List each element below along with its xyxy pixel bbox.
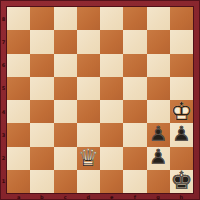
- rank-label-5: 5: [0, 77, 7, 100]
- square-g8[interactable]: [147, 7, 170, 30]
- square-h7[interactable]: [170, 30, 193, 53]
- square-b8[interactable]: [30, 7, 53, 30]
- square-e6[interactable]: [100, 54, 123, 77]
- square-f6[interactable]: [123, 54, 146, 77]
- rank-label-2: 2: [0, 147, 7, 170]
- square-e5[interactable]: [100, 77, 123, 100]
- square-e4[interactable]: [100, 100, 123, 123]
- file-label-f: f: [123, 193, 146, 200]
- rank-label-8: 8: [0, 7, 7, 30]
- square-f3[interactable]: [123, 123, 146, 146]
- black-pawn-piece[interactable]: ♟♙: [170, 123, 193, 146]
- square-a4[interactable]: [7, 100, 30, 123]
- square-g1[interactable]: [147, 170, 170, 193]
- white-queen-piece[interactable]: ♛♕: [77, 147, 100, 170]
- square-a6[interactable]: [7, 54, 30, 77]
- square-g5[interactable]: [147, 77, 170, 100]
- square-g7[interactable]: [147, 30, 170, 53]
- square-d2[interactable]: ♛♕: [77, 147, 100, 170]
- square-e1[interactable]: [100, 170, 123, 193]
- square-a3[interactable]: [7, 123, 30, 146]
- pawn-outline-icon: ♙: [149, 124, 168, 145]
- king-outline-icon: ♔: [170, 168, 192, 193]
- square-d5[interactable]: [77, 77, 100, 100]
- square-c7[interactable]: [54, 30, 77, 53]
- queen-outline-icon: ♕: [78, 146, 100, 170]
- chess-board: ♚♔♟♙♟♙♛♕♟♙♚♔: [7, 7, 193, 193]
- black-pawn-piece[interactable]: ♟♙: [147, 147, 170, 170]
- square-d7[interactable]: [77, 30, 100, 53]
- file-label-e: e: [100, 193, 123, 200]
- rank-label-3: 3: [0, 123, 7, 146]
- square-f8[interactable]: [123, 7, 146, 30]
- pawn-outline-icon: ♙: [149, 147, 168, 168]
- square-h1[interactable]: ♚♔: [170, 170, 193, 193]
- square-f2[interactable]: [123, 147, 146, 170]
- square-g4[interactable]: [147, 100, 170, 123]
- square-c8[interactable]: [54, 7, 77, 30]
- square-f7[interactable]: [123, 30, 146, 53]
- rank-label-1: 1: [0, 170, 7, 193]
- square-c2[interactable]: [54, 147, 77, 170]
- square-b4[interactable]: [30, 100, 53, 123]
- file-label-b: b: [30, 193, 53, 200]
- file-label-g: g: [147, 193, 170, 200]
- file-labels: abcdefgh: [7, 193, 193, 200]
- square-b1[interactable]: [30, 170, 53, 193]
- rank-label-6: 6: [0, 54, 7, 77]
- square-b7[interactable]: [30, 30, 53, 53]
- square-d6[interactable]: [77, 54, 100, 77]
- square-e8[interactable]: [100, 7, 123, 30]
- white-king-piece[interactable]: ♚♔: [170, 100, 193, 123]
- file-label-d: d: [77, 193, 100, 200]
- square-b3[interactable]: [30, 123, 53, 146]
- square-f5[interactable]: [123, 77, 146, 100]
- square-f1[interactable]: [123, 170, 146, 193]
- square-h4[interactable]: ♚♔: [170, 100, 193, 123]
- rank-label-7: 7: [0, 30, 7, 53]
- square-e3[interactable]: [100, 123, 123, 146]
- square-h8[interactable]: [170, 7, 193, 30]
- square-b6[interactable]: [30, 54, 53, 77]
- square-b5[interactable]: [30, 77, 53, 100]
- square-e7[interactable]: [100, 30, 123, 53]
- square-c1[interactable]: [54, 170, 77, 193]
- square-a7[interactable]: [7, 30, 30, 53]
- square-a5[interactable]: [7, 77, 30, 100]
- square-b2[interactable]: [30, 147, 53, 170]
- square-d4[interactable]: [77, 100, 100, 123]
- square-e2[interactable]: [100, 147, 123, 170]
- square-c4[interactable]: [54, 100, 77, 123]
- square-c6[interactable]: [54, 54, 77, 77]
- square-f4[interactable]: [123, 100, 146, 123]
- square-a1[interactable]: [7, 170, 30, 193]
- square-a8[interactable]: [7, 7, 30, 30]
- king-outline-icon: ♔: [170, 99, 192, 124]
- square-c5[interactable]: [54, 77, 77, 100]
- square-h6[interactable]: [170, 54, 193, 77]
- square-c3[interactable]: [54, 123, 77, 146]
- square-g2[interactable]: ♟♙: [147, 147, 170, 170]
- square-a2[interactable]: [7, 147, 30, 170]
- file-label-a: a: [7, 193, 30, 200]
- rank-labels: 87654321: [0, 7, 7, 193]
- square-h3[interactable]: ♟♙: [170, 123, 193, 146]
- square-g3[interactable]: ♟♙: [147, 123, 170, 146]
- square-d1[interactable]: [77, 170, 100, 193]
- pawn-outline-icon: ♙: [172, 124, 191, 145]
- square-g6[interactable]: [147, 54, 170, 77]
- chess-board-frame: 87654321 abcdefgh ♚♔♟♙♟♙♛♕♟♙♚♔: [0, 0, 200, 200]
- rank-label-4: 4: [0, 100, 7, 123]
- black-king-piece[interactable]: ♚♔: [170, 170, 193, 193]
- square-d8[interactable]: [77, 7, 100, 30]
- file-label-c: c: [54, 193, 77, 200]
- black-pawn-piece[interactable]: ♟♙: [147, 123, 170, 146]
